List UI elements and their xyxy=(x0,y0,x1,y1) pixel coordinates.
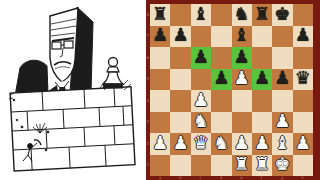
square-c2[interactable]: ♛ xyxy=(191,133,211,155)
black-knight[interactable]: ♞ xyxy=(234,5,250,23)
square-b1[interactable] xyxy=(170,155,190,177)
white-bishop[interactable]: ♝ xyxy=(274,134,290,152)
square-f3[interactable] xyxy=(252,112,272,134)
square-g5[interactable]: ♟ xyxy=(272,69,292,91)
chess-board: ♜♝♞♜♚♟♟♝♟♟♟♟♟♟♟♛♟♞♟♟♟♛♞♟♟♝♟♜♜♚ xyxy=(150,4,313,176)
black-pawn[interactable]: ♟ xyxy=(213,69,229,87)
board-frame: ♜♝♞♜♚♟♟♝♟♟♟♟♟♟♟♛♟♞♟♟♟♛♞♟♟♝♟♜♜♚ abcdefgh8… xyxy=(146,0,320,180)
rank-label-4: 4 xyxy=(147,99,150,103)
square-f1[interactable]: ♜ xyxy=(252,155,272,177)
square-a3[interactable] xyxy=(150,112,170,134)
brick-wall xyxy=(10,87,135,171)
white-pawn[interactable]: ♟ xyxy=(234,69,250,87)
black-rook[interactable]: ♜ xyxy=(152,5,168,23)
rank-label-6: 6 xyxy=(147,56,150,60)
square-b6[interactable] xyxy=(170,47,190,69)
square-b8[interactable] xyxy=(170,4,190,26)
black-pawn[interactable]: ♟ xyxy=(193,48,209,66)
rank-label-3: 3 xyxy=(147,120,150,124)
rank-label-1: 1 xyxy=(147,163,150,167)
square-a8[interactable]: ♜ xyxy=(150,4,170,26)
square-e5[interactable]: ♟ xyxy=(232,69,252,91)
pawn-on-wall-icon xyxy=(100,58,131,91)
square-e1[interactable]: ♜ xyxy=(232,155,252,177)
black-pawn[interactable]: ♟ xyxy=(254,69,270,87)
file-label-f: f xyxy=(261,176,262,180)
square-c1[interactable] xyxy=(191,155,211,177)
white-pawn[interactable]: ♟ xyxy=(193,91,209,109)
black-bishop[interactable]: ♝ xyxy=(234,26,250,44)
square-g2[interactable]: ♝ xyxy=(272,133,292,155)
rank-label-7: 7 xyxy=(147,34,150,38)
square-d7[interactable] xyxy=(211,26,231,48)
black-rook[interactable]: ♜ xyxy=(254,5,270,23)
white-pawn[interactable]: ♟ xyxy=(234,134,250,152)
white-pawn[interactable]: ♟ xyxy=(172,134,188,152)
black-queen[interactable]: ♛ xyxy=(295,69,311,87)
square-d6[interactable] xyxy=(211,47,231,69)
square-h6[interactable] xyxy=(293,47,313,69)
square-c7[interactable] xyxy=(191,26,211,48)
square-d2[interactable]: ♞ xyxy=(211,133,231,155)
square-f5[interactable]: ♟ xyxy=(252,69,272,91)
black-pawn[interactable]: ♟ xyxy=(152,26,168,44)
file-label-c: c xyxy=(199,176,201,180)
white-knight[interactable]: ♞ xyxy=(193,112,209,130)
black-bishop[interactable]: ♝ xyxy=(193,5,209,23)
square-h1[interactable] xyxy=(293,155,313,177)
square-f6[interactable] xyxy=(252,47,272,69)
white-queen[interactable]: ♛ xyxy=(193,134,209,152)
file-label-g: g xyxy=(281,176,284,180)
black-pawn[interactable]: ♟ xyxy=(274,69,290,87)
square-g7[interactable] xyxy=(272,26,292,48)
square-a6[interactable] xyxy=(150,47,170,69)
square-f4[interactable] xyxy=(252,90,272,112)
square-c5[interactable] xyxy=(191,69,211,91)
square-a4[interactable] xyxy=(150,90,170,112)
square-b3[interactable] xyxy=(170,112,190,134)
square-f2[interactable]: ♟ xyxy=(252,133,272,155)
white-pawn[interactable]: ♟ xyxy=(274,112,290,130)
square-e4[interactable] xyxy=(232,90,252,112)
square-c6[interactable]: ♟ xyxy=(191,47,211,69)
square-c8[interactable]: ♝ xyxy=(191,4,211,26)
square-d3[interactable] xyxy=(211,112,231,134)
cartoon-shoulder xyxy=(15,60,48,96)
screenshot: ♜♝♞♜♚♟♟♝♟♟♟♟♟♟♟♛♟♞♟♟♟♛♞♟♟♝♟♜♜♚ abcdefgh8… xyxy=(0,0,320,180)
square-d1[interactable] xyxy=(211,155,231,177)
square-h7[interactable]: ♟ xyxy=(293,26,313,48)
rank-label-5: 5 xyxy=(147,77,150,81)
cartoon-drawing xyxy=(0,0,146,180)
white-pawn[interactable]: ♟ xyxy=(295,134,311,152)
square-g8[interactable]: ♚ xyxy=(272,4,292,26)
square-a2[interactable]: ♟ xyxy=(150,133,170,155)
square-h5[interactable]: ♛ xyxy=(293,69,313,91)
rank-label-2: 2 xyxy=(147,142,150,146)
square-c3[interactable]: ♞ xyxy=(191,112,211,134)
square-g4[interactable] xyxy=(272,90,292,112)
file-label-h: h xyxy=(301,176,304,180)
file-label-d: d xyxy=(220,176,223,180)
square-a7[interactable]: ♟ xyxy=(150,26,170,48)
black-pawn[interactable]: ♟ xyxy=(295,26,311,44)
white-rook[interactable]: ♜ xyxy=(254,155,270,173)
square-d5[interactable]: ♟ xyxy=(211,69,231,91)
square-a1[interactable] xyxy=(150,155,170,177)
stonewall-cartoon xyxy=(0,0,146,180)
square-h8[interactable] xyxy=(293,4,313,26)
square-d8[interactable] xyxy=(211,4,231,26)
square-c4[interactable]: ♟ xyxy=(191,90,211,112)
white-king[interactable]: ♚ xyxy=(274,155,290,173)
square-h2[interactable]: ♟ xyxy=(293,133,313,155)
black-king[interactable]: ♚ xyxy=(274,5,290,23)
white-pawn[interactable]: ♟ xyxy=(152,134,168,152)
file-label-e: e xyxy=(240,176,242,180)
square-b4[interactable] xyxy=(170,90,190,112)
black-pawn[interactable]: ♟ xyxy=(172,26,188,44)
square-e6[interactable]: ♟ xyxy=(232,47,252,69)
file-label-b: b xyxy=(179,176,182,180)
square-b2[interactable]: ♟ xyxy=(170,133,190,155)
square-e8[interactable]: ♞ xyxy=(232,4,252,26)
square-g6[interactable] xyxy=(272,47,292,69)
square-e3[interactable] xyxy=(232,112,252,134)
square-e2[interactable]: ♟ xyxy=(232,133,252,155)
square-b5[interactable] xyxy=(170,69,190,91)
black-pawn[interactable]: ♟ xyxy=(234,48,250,66)
square-f8[interactable]: ♜ xyxy=(252,4,272,26)
square-f7[interactable] xyxy=(252,26,272,48)
square-d4[interactable] xyxy=(211,90,231,112)
square-b7[interactable]: ♟ xyxy=(170,26,190,48)
square-h3[interactable] xyxy=(293,112,313,134)
white-pawn[interactable]: ♟ xyxy=(254,134,270,152)
white-rook[interactable]: ♜ xyxy=(234,155,250,173)
file-label-a: a xyxy=(159,176,161,180)
square-h4[interactable] xyxy=(293,90,313,112)
glasses-right-lens xyxy=(64,41,73,48)
glasses-left-lens xyxy=(52,42,61,49)
white-knight[interactable]: ♞ xyxy=(213,134,229,152)
square-a5[interactable] xyxy=(150,69,170,91)
square-e7[interactable]: ♝ xyxy=(232,26,252,48)
rank-label-8: 8 xyxy=(147,13,150,17)
square-g1[interactable]: ♚ xyxy=(272,155,292,177)
square-g3[interactable]: ♟ xyxy=(272,112,292,134)
